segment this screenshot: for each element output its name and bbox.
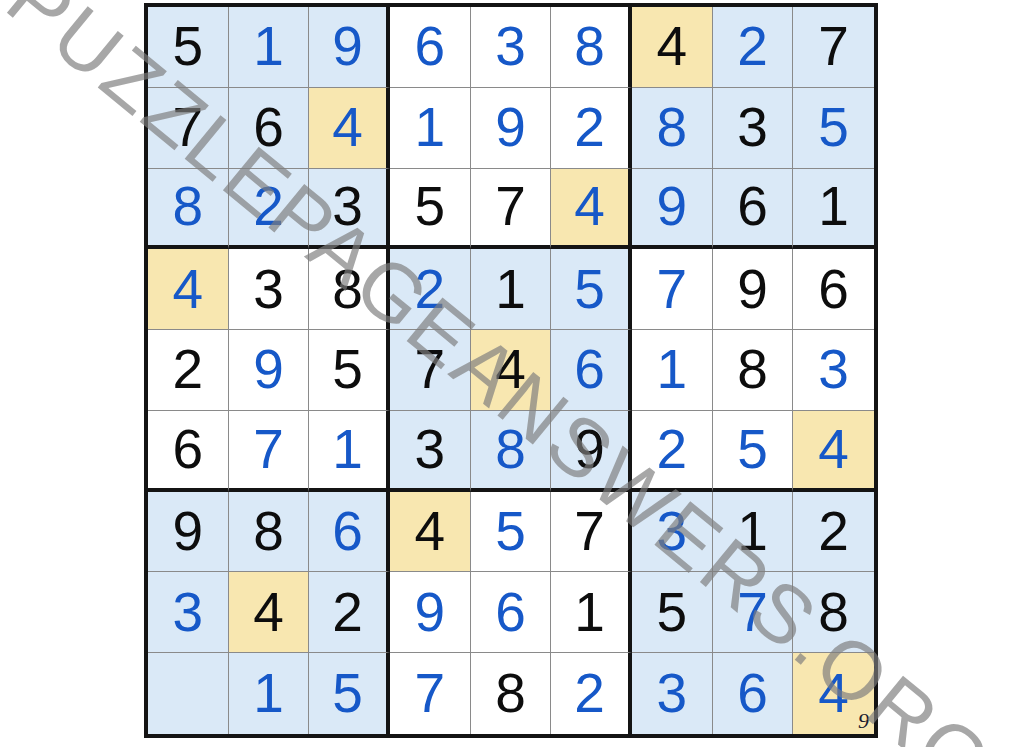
given-digit: 3 [415, 422, 446, 477]
cell-r5c1[interactable]: 2 [148, 330, 229, 411]
cell-r1c3[interactable]: 9 [309, 7, 390, 88]
given-digit: 7 [818, 19, 849, 74]
given-digit: 5 [415, 179, 446, 234]
entered-digit: 9 [332, 19, 363, 74]
given-digit: 7 [495, 179, 526, 234]
entered-digit: 5 [332, 666, 363, 721]
given-digit: 6 [253, 100, 284, 155]
entered-digit: 5 [574, 262, 605, 317]
entered-digit: 9 [495, 100, 526, 155]
cell-r6c7[interactable]: 2 [632, 411, 713, 492]
entered-digit: 6 [495, 585, 526, 640]
cell-r6c6[interactable]: 9 [551, 411, 632, 492]
entered-digit: 3 [173, 585, 204, 640]
given-digit: 4 [495, 342, 526, 397]
given-digit: 7 [574, 504, 605, 559]
cell-r6c5[interactable]: 8 [471, 411, 552, 492]
cell-r8c9[interactable]: 8 [793, 572, 874, 653]
cell-r6c1[interactable]: 6 [148, 411, 229, 492]
given-digit: 4 [253, 585, 284, 640]
cell-r3c4[interactable]: 5 [390, 169, 471, 250]
cell-r5c9[interactable]: 3 [793, 330, 874, 411]
cell-r2c2[interactable]: 6 [229, 88, 310, 169]
cell-r1c2[interactable]: 1 [229, 7, 310, 88]
given-digit: 4 [415, 504, 446, 559]
given-digit: 3 [253, 262, 284, 317]
cell-r9c1[interactable] [148, 653, 229, 734]
cell-r2c9[interactable]: 5 [793, 88, 874, 169]
entered-digit: 2 [574, 666, 605, 721]
cell-r1c8[interactable]: 2 [713, 7, 794, 88]
given-digit: 9 [737, 262, 768, 317]
cell-r7c6[interactable]: 7 [551, 492, 632, 573]
cell-r8c4[interactable]: 9 [390, 572, 471, 653]
cell-r6c2[interactable]: 7 [229, 411, 310, 492]
given-digit: 7 [173, 100, 204, 155]
given-digit: 9 [173, 504, 204, 559]
entered-digit: 7 [737, 585, 768, 640]
cell-r2c4[interactable]: 1 [390, 88, 471, 169]
entered-digit: 9 [253, 342, 284, 397]
cell-r5c6[interactable]: 6 [551, 330, 632, 411]
entered-digit: 8 [173, 179, 204, 234]
entered-digit: 8 [574, 19, 605, 74]
entered-digit: 4 [574, 179, 605, 234]
entered-digit: 5 [737, 422, 768, 477]
cell-r6c4[interactable]: 3 [390, 411, 471, 492]
cell-r9c3[interactable]: 5 [309, 653, 390, 734]
cell-r4c7[interactable]: 7 [632, 249, 713, 330]
cell-r2c5[interactable]: 9 [471, 88, 552, 169]
given-digit: 1 [818, 179, 849, 234]
entered-digit: 1 [415, 100, 446, 155]
given-digit: 8 [818, 585, 849, 640]
entered-digit: 3 [818, 342, 849, 397]
entered-digit: 8 [495, 422, 526, 477]
cell-r9c8[interactable]: 6 [713, 653, 794, 734]
cell-r3c6[interactable]: 4 [551, 169, 632, 250]
entered-digit: 4 [818, 666, 849, 721]
given-digit: 2 [173, 342, 204, 397]
entered-digit: 6 [574, 342, 605, 397]
cell-r2c1[interactable]: 7 [148, 88, 229, 169]
cell-r7c4[interactable]: 4 [390, 492, 471, 573]
cell-r7c2[interactable]: 8 [229, 492, 310, 573]
entered-digit: 1 [253, 666, 284, 721]
entered-digit: 4 [818, 422, 849, 477]
entered-digit: 2 [657, 422, 688, 477]
cell-r6c9[interactable]: 4 [793, 411, 874, 492]
entered-digit: 9 [415, 585, 446, 640]
cell-r2c6[interactable]: 2 [551, 88, 632, 169]
entered-digit: 2 [253, 179, 284, 234]
given-digit: 5 [173, 19, 204, 74]
cell-r5c5[interactable]: 4 [471, 330, 552, 411]
given-digit: 1 [574, 585, 605, 640]
cell-r4c8[interactable]: 9 [713, 249, 794, 330]
cell-r8c1[interactable]: 3 [148, 572, 229, 653]
given-digit: 3 [332, 179, 363, 234]
given-digit: 6 [818, 262, 849, 317]
entered-digit: 6 [415, 19, 446, 74]
cell-r8c3[interactable]: 2 [309, 572, 390, 653]
entered-digit: 4 [332, 100, 363, 155]
given-digit: 8 [253, 504, 284, 559]
cell-r7c3[interactable]: 6 [309, 492, 390, 573]
cell-r8c6[interactable]: 1 [551, 572, 632, 653]
cell-r7c9[interactable]: 2 [793, 492, 874, 573]
cell-r1c4[interactable]: 6 [390, 7, 471, 88]
cell-r1c5[interactable]: 3 [471, 7, 552, 88]
entered-digit: 8 [657, 100, 688, 155]
given-digit: 4 [657, 19, 688, 74]
given-digit: 3 [737, 100, 768, 155]
cell-r7c7[interactable]: 3 [632, 492, 713, 573]
cell-r4c2[interactable]: 3 [229, 249, 310, 330]
cell-r6c8[interactable]: 5 [713, 411, 794, 492]
cell-r8c7[interactable]: 5 [632, 572, 713, 653]
cell-r9c4[interactable]: 7 [390, 653, 471, 734]
entered-digit: 3 [657, 666, 688, 721]
cell-r8c8[interactable]: 7 [713, 572, 794, 653]
entered-digit: 3 [657, 504, 688, 559]
cell-r3c9[interactable]: 1 [793, 169, 874, 250]
entered-digit: 1 [657, 342, 688, 397]
cell-r4c9[interactable]: 6 [793, 249, 874, 330]
given-digit: 6 [737, 179, 768, 234]
cell-r2c8[interactable]: 3 [713, 88, 794, 169]
entered-digit: 4 [173, 262, 204, 317]
cell-r8c2[interactable]: 4 [229, 572, 310, 653]
cell-r7c5[interactable]: 5 [471, 492, 552, 573]
given-digit: 5 [332, 342, 363, 397]
given-digit: 8 [332, 262, 363, 317]
cell-r2c7[interactable]: 8 [632, 88, 713, 169]
cell-r8c5[interactable]: 6 [471, 572, 552, 653]
given-digit: 2 [332, 585, 363, 640]
cell-r5c3[interactable]: 5 [309, 330, 390, 411]
given-digit: 1 [737, 504, 768, 559]
entered-digit: 7 [253, 422, 284, 477]
cell-r3c2[interactable]: 2 [229, 169, 310, 250]
corner-note: 9 [858, 710, 869, 732]
cell-r6c3[interactable]: 1 [309, 411, 390, 492]
cell-r1c9[interactable]: 7 [793, 7, 874, 88]
cell-r3c1[interactable]: 8 [148, 169, 229, 250]
cell-r9c2[interactable]: 1 [229, 653, 310, 734]
cell-r2c3[interactable]: 4 [309, 88, 390, 169]
cell-r3c5[interactable]: 7 [471, 169, 552, 250]
cell-r5c2[interactable]: 9 [229, 330, 310, 411]
entered-digit: 5 [818, 100, 849, 155]
cell-r1c7[interactable]: 4 [632, 7, 713, 88]
entered-digit: 1 [253, 19, 284, 74]
sudoku-board: 5196384277641928358235749614382157962957… [144, 3, 878, 738]
given-digit: 1 [495, 262, 526, 317]
cell-r3c3[interactable]: 3 [309, 169, 390, 250]
cell-r5c8[interactable]: 8 [713, 330, 794, 411]
entered-digit: 3 [495, 19, 526, 74]
puzzle-page: 5196384277641928358235749614382157962957… [0, 0, 1024, 747]
cell-r5c7[interactable]: 1 [632, 330, 713, 411]
cell-r7c8[interactable]: 1 [713, 492, 794, 573]
entered-digit: 7 [415, 666, 446, 721]
cell-r4c6[interactable]: 5 [551, 249, 632, 330]
cell-r3c7[interactable]: 9 [632, 169, 713, 250]
cell-r4c4[interactable]: 2 [390, 249, 471, 330]
given-digit: 8 [737, 342, 768, 397]
entered-digit: 2 [415, 262, 446, 317]
cell-r3c8[interactable]: 6 [713, 169, 794, 250]
entered-digit: 9 [657, 179, 688, 234]
given-digit: 8 [495, 666, 526, 721]
entered-digit: 5 [495, 504, 526, 559]
cell-r4c5[interactable]: 1 [471, 249, 552, 330]
cell-r5c4[interactable]: 7 [390, 330, 471, 411]
cell-r9c7[interactable]: 3 [632, 653, 713, 734]
given-digit: 2 [818, 504, 849, 559]
entered-digit: 1 [332, 422, 363, 477]
entered-digit: 2 [737, 19, 768, 74]
cell-r4c1[interactable]: 4 [148, 249, 229, 330]
cell-r1c6[interactable]: 8 [551, 7, 632, 88]
given-digit: 6 [173, 422, 204, 477]
given-digit: 9 [574, 422, 605, 477]
cell-r7c1[interactable]: 9 [148, 492, 229, 573]
cell-r4c3[interactable]: 8 [309, 249, 390, 330]
entered-digit: 6 [737, 666, 768, 721]
cell-r9c5[interactable]: 8 [471, 653, 552, 734]
entered-digit: 7 [657, 262, 688, 317]
cell-r9c9[interactable]: 49 [793, 653, 874, 734]
cell-r1c1[interactable]: 5 [148, 7, 229, 88]
entered-digit: 2 [574, 100, 605, 155]
cell-r9c6[interactable]: 2 [551, 653, 632, 734]
given-digit: 7 [415, 342, 446, 397]
entered-digit: 6 [332, 504, 363, 559]
given-digit: 5 [657, 585, 688, 640]
